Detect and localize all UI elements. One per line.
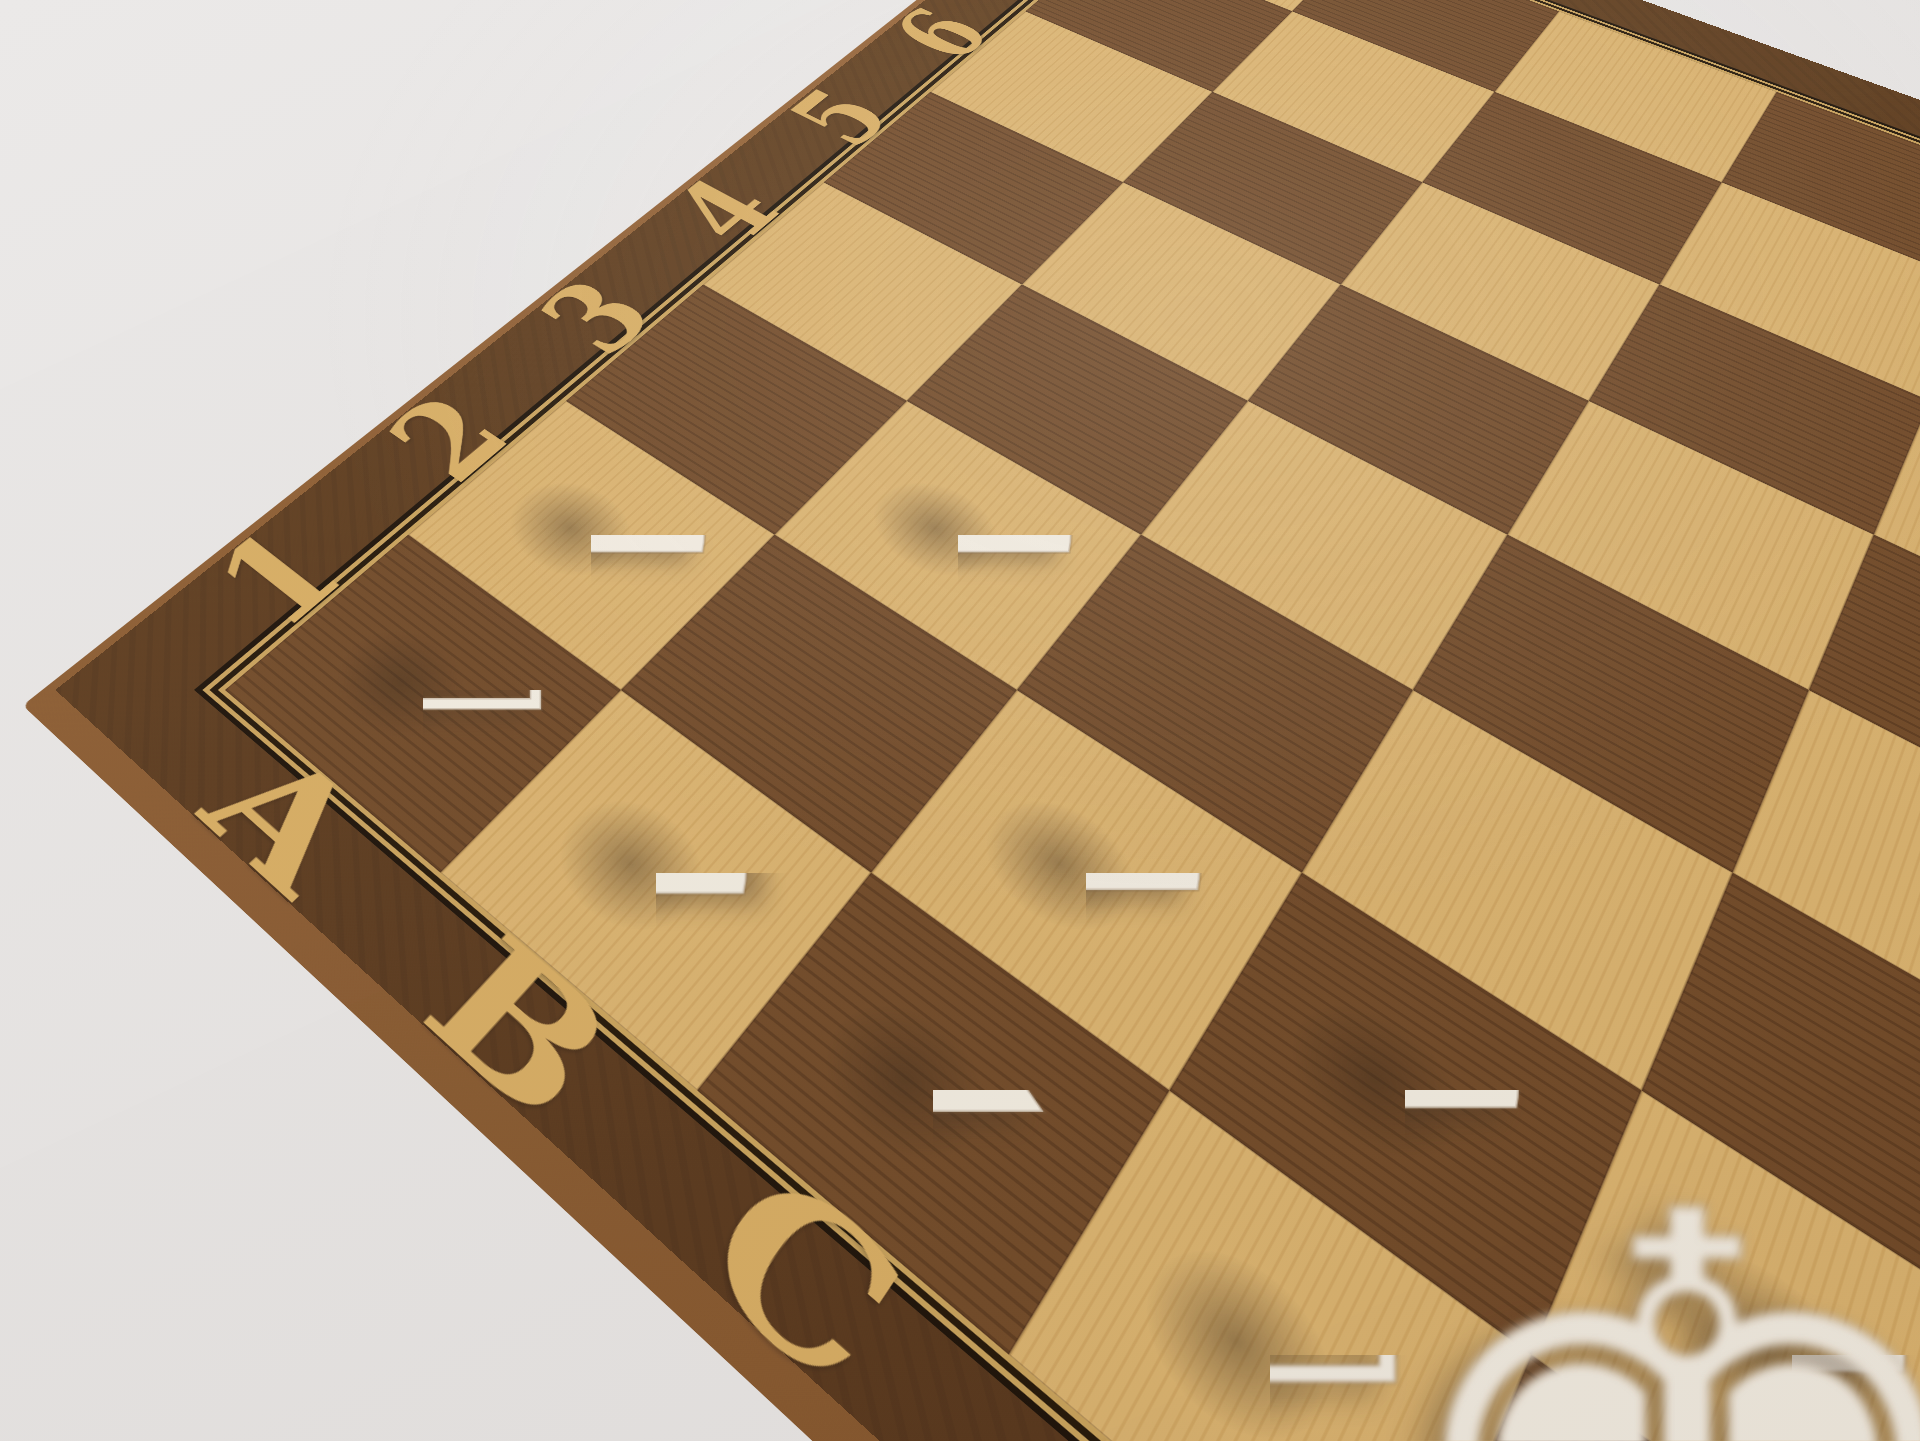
photo-scene: ♜♞♝♛♚♟♟♟♟♟ 12345678ABCDEFGH [0,0,1920,1441]
board-frame: ♜♞♝♛♚♟♟♟♟♟ 12345678ABCDEFGH [55,0,1920,1441]
chessboard: ♜♞♝♛♚♟♟♟♟♟ 12345678ABCDEFGH [55,0,1920,1441]
king-glyph: ♚ [1376,1127,1920,1441]
